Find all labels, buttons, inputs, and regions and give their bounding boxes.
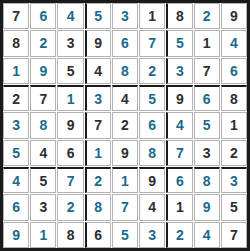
cell-r8c2[interactable]: 3 xyxy=(30,194,56,220)
cell-r9c9[interactable]: 7 xyxy=(221,222,247,248)
filled-digit: 4 xyxy=(203,228,211,242)
given-digit: 4 xyxy=(148,200,156,214)
given-digit: 5 xyxy=(230,200,238,214)
filled-digit: 1 xyxy=(67,92,75,106)
given-digit: 8 xyxy=(176,9,184,23)
cell-r2c3[interactable]: 3 xyxy=(57,30,83,56)
cell-r5c7[interactable]: 4 xyxy=(166,112,192,138)
given-digit: 2 xyxy=(121,118,129,132)
filled-digit: 5 xyxy=(94,9,102,23)
cell-r7c2[interactable]: 5 xyxy=(30,167,56,193)
given-digit: 7 xyxy=(94,118,102,132)
cell-r7c6[interactable]: 9 xyxy=(139,167,165,193)
filled-digit: 6 xyxy=(121,36,129,50)
filled-digit: 4 xyxy=(230,36,238,50)
cell-r9c7[interactable]: 2 xyxy=(166,222,192,248)
cell-r7c7[interactable]: 6 xyxy=(166,167,192,193)
cell-r3c7[interactable]: 3 xyxy=(166,58,192,84)
cell-r3c4[interactable]: 4 xyxy=(85,58,111,84)
cell-r6c9[interactable]: 2 xyxy=(221,140,247,166)
cell-r3c5[interactable]: 8 xyxy=(112,58,138,84)
filled-digit: 9 xyxy=(39,64,47,78)
filled-digit: 1 xyxy=(94,146,102,160)
filled-digit: 4 xyxy=(12,174,20,188)
cell-r2c5[interactable]: 6 xyxy=(112,30,138,56)
cell-r4c6[interactable]: 5 xyxy=(139,85,165,111)
cell-r6c2[interactable]: 4 xyxy=(30,140,56,166)
cell-r2c2[interactable]: 2 xyxy=(30,30,56,56)
filled-digit: 9 xyxy=(12,228,20,242)
cell-r6c6[interactable]: 8 xyxy=(139,140,165,166)
filled-digit: 2 xyxy=(67,200,75,214)
cell-r6c8[interactable]: 3 xyxy=(194,140,220,166)
cell-r5c9[interactable]: 1 xyxy=(221,112,247,138)
cell-r5c1[interactable]: 3 xyxy=(3,112,29,138)
given-digit: 9 xyxy=(176,92,184,106)
cell-r3c6[interactable]: 2 xyxy=(139,58,165,84)
given-digit: 7 xyxy=(39,92,47,106)
cell-r1c8[interactable]: 2 xyxy=(194,3,220,29)
cell-r9c5[interactable]: 5 xyxy=(112,222,138,248)
cell-r8c9[interactable]: 5 xyxy=(221,194,247,220)
cell-r1c2[interactable]: 6 xyxy=(30,3,56,29)
filled-digit: 7 xyxy=(176,146,184,160)
cell-r9c3[interactable]: 8 xyxy=(57,222,83,248)
cell-r3c8[interactable]: 7 xyxy=(194,58,220,84)
cell-r8c4[interactable]: 8 xyxy=(85,194,111,220)
cell-r2c9[interactable]: 4 xyxy=(221,30,247,56)
given-digit: 2 xyxy=(230,146,238,160)
given-digit: 2 xyxy=(12,92,20,106)
filled-digit: 8 xyxy=(39,118,47,132)
cell-r2c4[interactable]: 9 xyxy=(85,30,111,56)
filled-digit: 3 xyxy=(121,9,129,23)
filled-digit: 1 xyxy=(39,228,47,242)
given-digit: 8 xyxy=(12,36,20,50)
given-digit: 3 xyxy=(39,200,47,214)
filled-digit: 3 xyxy=(94,92,102,106)
given-digit: 4 xyxy=(94,64,102,78)
cell-r3c1[interactable]: 1 xyxy=(3,58,29,84)
cell-r3c3[interactable]: 5 xyxy=(57,58,83,84)
given-digit: 3 xyxy=(203,146,211,160)
cell-r7c5[interactable]: 1 xyxy=(112,167,138,193)
given-digit: 6 xyxy=(67,146,75,160)
cell-r5c6[interactable]: 6 xyxy=(139,112,165,138)
cell-r7c4[interactable]: 2 xyxy=(85,167,111,193)
cell-r4c1[interactable]: 2 xyxy=(3,85,29,111)
filled-digit: 8 xyxy=(121,64,129,78)
filled-digit: 5 xyxy=(121,228,129,242)
cell-r3c2[interactable]: 9 xyxy=(30,58,56,84)
filled-digit: 4 xyxy=(176,118,184,132)
filled-digit: 5 xyxy=(203,118,211,132)
cell-r4c3[interactable]: 1 xyxy=(57,85,83,111)
cell-r7c9[interactable]: 3 xyxy=(221,167,247,193)
given-digit: 1 xyxy=(148,9,156,23)
cell-r2c1[interactable]: 8 xyxy=(3,30,29,56)
cell-r4c8[interactable]: 6 xyxy=(194,85,220,111)
cell-r6c7[interactable]: 7 xyxy=(166,140,192,166)
cell-r9c6[interactable]: 3 xyxy=(139,222,165,248)
filled-digit: 6 xyxy=(39,9,47,23)
filled-digit: 2 xyxy=(39,36,47,50)
cell-r8c7[interactable]: 1 xyxy=(166,194,192,220)
filled-digit: 6 xyxy=(12,200,20,214)
cell-r6c4[interactable]: 1 xyxy=(85,140,111,166)
cell-r7c1[interactable]: 4 xyxy=(3,167,29,193)
cell-r5c3[interactable]: 9 xyxy=(57,112,83,138)
filled-digit: 2 xyxy=(176,228,184,242)
cell-r2c8[interactable]: 1 xyxy=(194,30,220,56)
filled-digit: 3 xyxy=(230,174,238,188)
cell-r1c4[interactable]: 5 xyxy=(85,3,111,29)
cell-r1c6[interactable]: 1 xyxy=(139,3,165,29)
filled-digit: 6 xyxy=(230,64,238,78)
cell-r9c4[interactable]: 6 xyxy=(85,222,111,248)
given-digit: 6 xyxy=(94,228,102,242)
cell-r5c5[interactable]: 2 xyxy=(112,112,138,138)
cell-r4c7[interactable]: 9 xyxy=(166,85,192,111)
cell-r5c2[interactable]: 8 xyxy=(30,112,56,138)
filled-digit: 7 xyxy=(148,36,156,50)
given-digit: 8 xyxy=(67,228,75,242)
cell-r4c5[interactable]: 4 xyxy=(112,85,138,111)
given-digit: 9 xyxy=(230,9,238,23)
cell-r8c3[interactable]: 2 xyxy=(57,194,83,220)
cell-r9c2[interactable]: 1 xyxy=(30,222,56,248)
given-digit: 7 xyxy=(12,9,20,23)
cell-r5c8[interactable]: 5 xyxy=(194,112,220,138)
given-digit: 1 xyxy=(176,200,184,214)
filled-digit: 7 xyxy=(121,200,129,214)
cell-r9c8[interactable]: 4 xyxy=(194,222,220,248)
cell-r4c4[interactable]: 3 xyxy=(85,85,111,111)
filled-digit: 6 xyxy=(148,118,156,132)
filled-digit: 9 xyxy=(203,200,211,214)
given-digit: 5 xyxy=(67,64,75,78)
filled-digit: 8 xyxy=(203,174,211,188)
filled-digit: 3 xyxy=(148,228,156,242)
filled-digit: 7 xyxy=(67,174,75,188)
given-digit: 9 xyxy=(67,118,75,132)
given-digit: 1 xyxy=(230,118,238,132)
filled-digit: 2 xyxy=(148,64,156,78)
cell-r8c6[interactable]: 4 xyxy=(139,194,165,220)
filled-digit: 3 xyxy=(12,118,20,132)
cell-r1c1[interactable]: 7 xyxy=(3,3,29,29)
filled-digit: 8 xyxy=(94,200,102,214)
given-digit: 8 xyxy=(230,92,238,106)
given-digit: 9 xyxy=(94,36,102,50)
cell-r2c6[interactable]: 7 xyxy=(139,30,165,56)
given-digit: 9 xyxy=(148,174,156,188)
given-digit: 7 xyxy=(230,228,238,242)
given-digit: 9 xyxy=(121,146,129,160)
filled-digit: 4 xyxy=(67,9,75,23)
cell-r8c5[interactable]: 7 xyxy=(112,194,138,220)
filled-digit: 6 xyxy=(176,174,184,188)
given-digit: 4 xyxy=(39,146,47,160)
filled-digit: 2 xyxy=(203,9,211,23)
filled-digit: 1 xyxy=(12,64,20,78)
filled-digit: 5 xyxy=(12,146,20,160)
cell-r1c9[interactable]: 9 xyxy=(221,3,247,29)
cell-r7c3[interactable]: 7 xyxy=(57,167,83,193)
filled-digit: 5 xyxy=(148,92,156,106)
cell-r6c5[interactable]: 9 xyxy=(112,140,138,166)
cell-r1c3[interactable]: 4 xyxy=(57,3,83,29)
sudoku-board: 7645318298239675141954823762713459683897… xyxy=(0,0,250,251)
cell-r5c4[interactable]: 7 xyxy=(85,112,111,138)
cell-r6c3[interactable]: 6 xyxy=(57,140,83,166)
cell-r1c5[interactable]: 3 xyxy=(112,3,138,29)
given-digit: 5 xyxy=(39,174,47,188)
cell-r9c1[interactable]: 9 xyxy=(3,222,29,248)
cell-r1c7[interactable]: 8 xyxy=(166,3,192,29)
given-digit: 4 xyxy=(121,92,129,106)
cell-r4c9[interactable]: 8 xyxy=(221,85,247,111)
cell-r8c1[interactable]: 6 xyxy=(3,194,29,220)
given-digit: 3 xyxy=(67,36,75,50)
filled-digit: 5 xyxy=(176,36,184,50)
given-digit: 1 xyxy=(203,36,211,50)
filled-digit: 2 xyxy=(94,174,102,188)
cell-r6c1[interactable]: 5 xyxy=(3,140,29,166)
cell-r7c8[interactable]: 8 xyxy=(194,167,220,193)
cell-r2c7[interactable]: 5 xyxy=(166,30,192,56)
filled-digit: 3 xyxy=(176,64,184,78)
cell-r3c9[interactable]: 6 xyxy=(221,58,247,84)
cell-r8c8[interactable]: 9 xyxy=(194,194,220,220)
given-digit: 7 xyxy=(203,64,211,78)
cell-r4c2[interactable]: 7 xyxy=(30,85,56,111)
filled-digit: 8 xyxy=(148,146,156,160)
filled-digit: 6 xyxy=(203,92,211,106)
filled-digit: 1 xyxy=(121,174,129,188)
